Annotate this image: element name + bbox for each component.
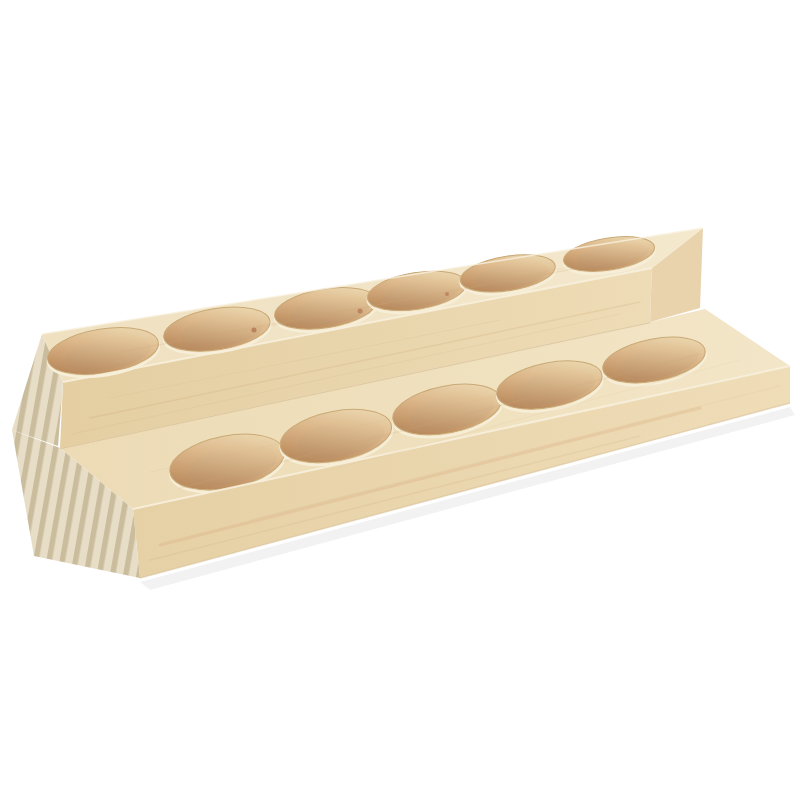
- knot-mark: [252, 328, 257, 333]
- knot-mark: [445, 292, 449, 296]
- product-photo: mancala-style wooden pit board (two-tier…: [0, 0, 800, 800]
- board-svg: [0, 0, 800, 800]
- knot-mark: [358, 309, 363, 314]
